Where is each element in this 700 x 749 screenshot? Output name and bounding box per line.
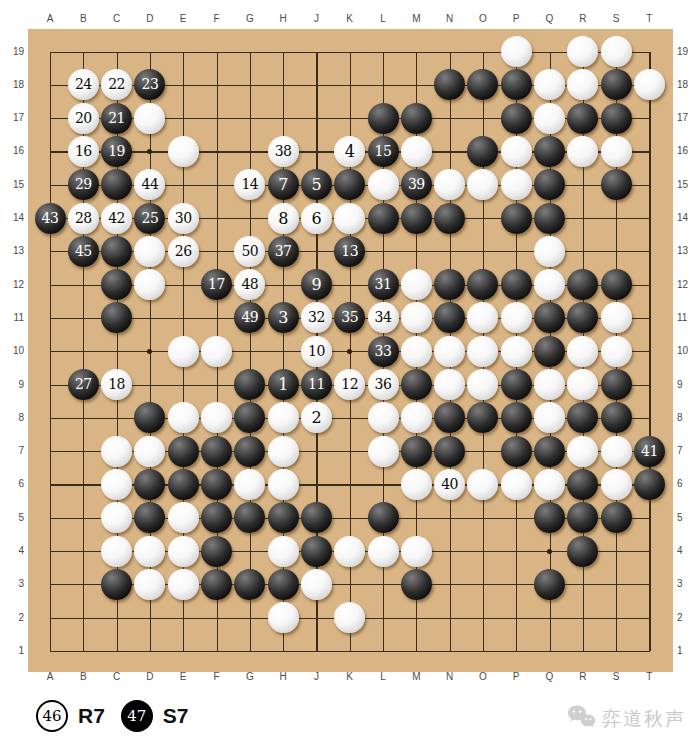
move-number: 18 (108, 369, 125, 400)
stone-black-N8 (434, 402, 465, 433)
stone-black-M3 (401, 569, 432, 600)
star-point (147, 349, 152, 354)
go-board: 2422232021161938415294414753943284225308… (28, 29, 673, 672)
stone-white-C7 (101, 436, 132, 467)
column-label-bottom-B: B (73, 670, 93, 684)
stone-white-M10 (401, 336, 432, 367)
column-label-top-B: B (73, 12, 93, 26)
stone-black-E6 (168, 469, 199, 500)
go-diagram-page: 2422232021161938415294414753943284225308… (0, 0, 700, 749)
stone-white-Q18 (534, 69, 565, 100)
stone-black-R4 (567, 536, 598, 567)
row-label-left-14: 14 (4, 211, 24, 225)
stone-white-J14: 6 (301, 203, 332, 234)
stone-black-R8 (567, 402, 598, 433)
column-label-bottom-D: D (140, 670, 160, 684)
stone-white-L8 (368, 402, 399, 433)
stone-black-L17 (368, 103, 399, 134)
move-number: 27 (75, 369, 92, 400)
stone-black-R6 (567, 469, 598, 500)
row-label-right-15: 15 (677, 178, 697, 192)
column-label-top-F: F (207, 12, 227, 26)
move-number: 44 (141, 169, 158, 200)
stone-white-Q9 (534, 369, 565, 400)
stone-black-N14 (434, 203, 465, 234)
stone-black-K11: 35 (334, 302, 365, 333)
stone-white-E10 (168, 336, 199, 367)
move-number: 5 (312, 169, 322, 200)
stone-black-L5 (368, 502, 399, 533)
stone-black-E7 (168, 436, 199, 467)
move-number: 13 (341, 236, 358, 267)
stone-black-B9: 27 (68, 369, 99, 400)
move-47-badge: 47 (121, 700, 153, 732)
row-label-right-12: 12 (677, 278, 697, 292)
stone-white-R10 (567, 336, 598, 367)
move-number: 8 (278, 203, 288, 234)
stone-black-Q5 (534, 502, 565, 533)
column-label-bottom-G: G (240, 670, 260, 684)
stone-black-C11 (101, 302, 132, 333)
column-label-bottom-L: L (373, 670, 393, 684)
stone-white-H14: 8 (268, 203, 299, 234)
stone-black-G3 (234, 569, 265, 600)
stone-black-L16: 15 (368, 136, 399, 167)
stone-white-C4 (101, 536, 132, 567)
stone-white-D4 (134, 536, 165, 567)
column-label-bottom-J: J (306, 670, 326, 684)
stone-black-K13: 13 (334, 236, 365, 267)
stone-black-T6 (634, 469, 665, 500)
column-label-bottom-E: E (173, 670, 193, 684)
column-label-top-H: H (273, 12, 293, 26)
column-label-bottom-M: M (406, 670, 426, 684)
stone-black-B15: 29 (68, 169, 99, 200)
row-label-right-14: 14 (677, 211, 697, 225)
column-label-top-M: M (406, 12, 426, 26)
row-label-left-11: 11 (4, 311, 24, 325)
stone-black-R11 (567, 302, 598, 333)
stone-white-R9 (567, 369, 598, 400)
stone-white-J11: 32 (301, 302, 332, 333)
row-label-left-4: 4 (4, 544, 24, 558)
stone-black-F7 (201, 436, 232, 467)
stone-white-C18: 22 (101, 69, 132, 100)
stone-black-J12: 9 (301, 269, 332, 300)
move-number: 40 (441, 469, 458, 500)
stone-black-C13 (101, 236, 132, 267)
stone-black-C17: 21 (101, 103, 132, 134)
stone-white-J10: 10 (301, 336, 332, 367)
row-label-left-9: 9 (4, 378, 24, 392)
stone-black-P9 (501, 369, 532, 400)
stone-white-L4 (368, 536, 399, 567)
stone-white-M12 (401, 269, 432, 300)
stone-white-B14: 28 (68, 203, 99, 234)
column-label-bottom-A: A (40, 670, 60, 684)
stone-white-N6: 40 (434, 469, 465, 500)
stone-black-Q16 (534, 136, 565, 167)
stone-black-G11: 49 (234, 302, 265, 333)
stone-black-F6 (201, 469, 232, 500)
column-label-top-R: R (573, 12, 593, 26)
stone-white-M6 (401, 469, 432, 500)
row-label-left-17: 17 (4, 111, 24, 125)
stone-white-E13: 26 (168, 236, 199, 267)
stone-white-M11 (401, 302, 432, 333)
move-number: 37 (275, 236, 292, 267)
stone-white-H6 (268, 469, 299, 500)
move-number: 21 (108, 103, 125, 134)
column-label-top-T: T (639, 12, 659, 26)
stone-black-S8 (601, 402, 632, 433)
stone-white-S6 (601, 469, 632, 500)
stone-white-K4 (334, 536, 365, 567)
row-label-left-19: 19 (4, 45, 24, 59)
stone-black-O8 (467, 402, 498, 433)
move-number: 1 (278, 369, 288, 400)
column-label-top-O: O (473, 12, 493, 26)
stone-white-E3 (168, 569, 199, 600)
stone-white-H2 (268, 602, 299, 633)
stone-black-Q3 (534, 569, 565, 600)
move-47-coordinate: S7 (163, 704, 189, 728)
stone-white-K2 (334, 602, 365, 633)
stone-white-O11 (467, 302, 498, 333)
stone-black-Q7 (534, 436, 565, 467)
column-label-top-L: L (373, 12, 393, 26)
stone-white-S16 (601, 136, 632, 167)
column-label-top-A: A (40, 12, 60, 26)
stone-black-J5 (301, 502, 332, 533)
stone-black-N18 (434, 69, 465, 100)
stone-white-H4 (268, 536, 299, 567)
column-label-top-G: G (240, 12, 260, 26)
row-label-right-10: 10 (677, 344, 697, 358)
move-number: 22 (108, 69, 125, 100)
row-label-left-6: 6 (4, 477, 24, 491)
stone-white-L11: 34 (368, 302, 399, 333)
stone-black-Q11 (534, 302, 565, 333)
stone-white-O6 (467, 469, 498, 500)
move-number: 17 (208, 269, 225, 300)
stone-white-S10 (601, 336, 632, 367)
move-number: 15 (375, 136, 392, 167)
star-point (547, 549, 552, 554)
stone-black-J9: 11 (301, 369, 332, 400)
stone-white-N10 (434, 336, 465, 367)
star-point (347, 349, 352, 354)
stone-white-R18 (567, 69, 598, 100)
stone-black-R17 (567, 103, 598, 134)
row-label-left-10: 10 (4, 344, 24, 358)
stone-white-K9: 12 (334, 369, 365, 400)
stone-white-R7 (567, 436, 598, 467)
stone-black-C3 (101, 569, 132, 600)
row-label-left-16: 16 (4, 144, 24, 158)
stone-black-M9 (401, 369, 432, 400)
row-label-right-7: 7 (677, 444, 697, 458)
move-number: 7 (278, 169, 288, 200)
row-label-right-2: 2 (677, 611, 697, 625)
stone-white-G12: 48 (234, 269, 265, 300)
stone-black-S18 (601, 69, 632, 100)
move-number: 30 (175, 203, 192, 234)
stone-black-C15 (101, 169, 132, 200)
row-label-right-5: 5 (677, 511, 697, 525)
stone-black-R12 (567, 269, 598, 300)
stone-black-P14 (501, 203, 532, 234)
stone-black-F4 (201, 536, 232, 567)
row-label-left-2: 2 (4, 611, 24, 625)
stone-white-M4 (401, 536, 432, 567)
stone-white-G13: 50 (234, 236, 265, 267)
stone-white-C5 (101, 502, 132, 533)
move-number: 26 (175, 236, 192, 267)
stone-white-M8 (401, 402, 432, 433)
move-number: 50 (241, 236, 258, 267)
stone-white-M16 (401, 136, 432, 167)
stone-white-N9 (434, 369, 465, 400)
column-label-top-J: J (306, 12, 326, 26)
stone-white-G6 (234, 469, 265, 500)
row-label-right-13: 13 (677, 244, 697, 258)
row-label-left-13: 13 (4, 244, 24, 258)
move-number: 49 (241, 302, 258, 333)
column-label-bottom-P: P (506, 670, 526, 684)
stone-black-L10: 33 (368, 336, 399, 367)
stone-white-P10 (501, 336, 532, 367)
caption: 46 R7 47 S7 (36, 700, 189, 732)
stone-black-M15: 39 (401, 169, 432, 200)
row-label-right-16: 16 (677, 144, 697, 158)
stone-black-Q10 (534, 336, 565, 367)
stone-white-O15 (467, 169, 498, 200)
stone-black-G5 (234, 502, 265, 533)
stone-black-S12 (601, 269, 632, 300)
stone-white-C14: 42 (101, 203, 132, 234)
column-label-bottom-S: S (606, 670, 626, 684)
stone-white-S11 (601, 302, 632, 333)
column-label-top-N: N (440, 12, 460, 26)
move-number: 2 (312, 402, 322, 433)
move-46-badge: 46 (36, 700, 68, 732)
stone-white-S19 (601, 36, 632, 67)
stone-black-P17 (501, 103, 532, 134)
column-label-bottom-H: H (273, 670, 293, 684)
stone-black-S9 (601, 369, 632, 400)
column-label-bottom-Q: Q (540, 670, 560, 684)
column-label-top-S: S (606, 12, 626, 26)
column-label-top-E: E (173, 12, 193, 26)
stone-white-P6 (501, 469, 532, 500)
stone-white-H7 (268, 436, 299, 467)
row-label-right-11: 11 (677, 311, 697, 325)
column-label-bottom-K: K (340, 670, 360, 684)
column-label-top-P: P (506, 12, 526, 26)
stone-white-S7 (601, 436, 632, 467)
stone-black-O16 (467, 136, 498, 167)
row-label-right-1: 1 (677, 644, 697, 658)
stone-white-B18: 24 (68, 69, 99, 100)
stone-white-J3 (301, 569, 332, 600)
move-number: 14 (241, 169, 258, 200)
stone-black-O18 (467, 69, 498, 100)
stone-white-T18 (634, 69, 665, 100)
stone-white-K16: 4 (334, 136, 365, 167)
stone-white-P19 (501, 36, 532, 67)
stone-black-F12: 17 (201, 269, 232, 300)
stone-white-G15: 14 (234, 169, 265, 200)
stone-white-J8: 2 (301, 402, 332, 433)
stone-black-S17 (601, 103, 632, 134)
row-label-right-6: 6 (677, 477, 697, 491)
move-number: 23 (141, 69, 158, 100)
stone-black-B13: 45 (68, 236, 99, 267)
row-label-left-1: 1 (4, 644, 24, 658)
stone-black-G9 (234, 369, 265, 400)
move-number: 32 (308, 302, 325, 333)
watermark: 弈道秋声 (566, 704, 686, 734)
grid-line-vertical (649, 52, 650, 651)
move-number: 36 (375, 369, 392, 400)
stone-black-C12 (101, 269, 132, 300)
stone-white-B16: 16 (68, 136, 99, 167)
move-number: 20 (75, 103, 92, 134)
row-label-right-3: 3 (677, 577, 697, 591)
stone-black-H11: 3 (268, 302, 299, 333)
column-label-bottom-T: T (639, 670, 659, 684)
stone-black-D5 (134, 502, 165, 533)
column-label-top-C: C (107, 12, 127, 26)
stone-white-R16 (567, 136, 598, 167)
stone-black-F5 (201, 502, 232, 533)
column-label-top-Q: Q (540, 12, 560, 26)
stone-black-L12: 31 (368, 269, 399, 300)
stone-white-H8 (268, 402, 299, 433)
stone-white-C9: 18 (101, 369, 132, 400)
stone-black-N12 (434, 269, 465, 300)
watermark-text: 弈道秋声 (602, 706, 686, 732)
stone-white-D7 (134, 436, 165, 467)
stone-black-H5 (268, 502, 299, 533)
move-number: 6 (312, 203, 322, 234)
stone-white-D13 (134, 236, 165, 267)
move-number: 28 (75, 203, 92, 234)
move-number: 4 (345, 136, 355, 167)
stone-black-J4 (301, 536, 332, 567)
stone-white-L7 (368, 436, 399, 467)
stone-black-S15 (601, 169, 632, 200)
move-number: 35 (341, 302, 358, 333)
row-label-left-15: 15 (4, 178, 24, 192)
column-label-bottom-C: C (107, 670, 127, 684)
stone-black-P8 (501, 402, 532, 433)
stone-black-O12 (467, 269, 498, 300)
row-label-left-18: 18 (4, 78, 24, 92)
stone-white-E4 (168, 536, 199, 567)
stone-black-H15: 7 (268, 169, 299, 200)
stone-black-K15 (334, 169, 365, 200)
stone-white-D12 (134, 269, 165, 300)
move-number: 11 (308, 369, 325, 400)
stone-black-D6 (134, 469, 165, 500)
stone-white-F10 (201, 336, 232, 367)
stone-white-N15 (434, 169, 465, 200)
stone-black-P18 (501, 69, 532, 100)
stone-white-O10 (467, 336, 498, 367)
stone-black-D8 (134, 402, 165, 433)
row-label-left-7: 7 (4, 444, 24, 458)
row-label-right-8: 8 (677, 411, 697, 425)
column-label-top-K: K (340, 12, 360, 26)
move-number: 25 (141, 203, 158, 234)
stone-white-L15 (368, 169, 399, 200)
stone-black-Q15 (534, 169, 565, 200)
stone-black-M14 (401, 203, 432, 234)
column-label-bottom-F: F (207, 670, 227, 684)
move-number: 45 (75, 236, 92, 267)
stone-black-T7: 41 (634, 436, 665, 467)
stone-black-P7 (501, 436, 532, 467)
stone-white-Q6 (534, 469, 565, 500)
stone-black-F3 (201, 569, 232, 600)
stone-white-B17: 20 (68, 103, 99, 134)
row-label-left-3: 3 (4, 577, 24, 591)
move-number: 19 (108, 136, 125, 167)
stone-black-D18: 23 (134, 69, 165, 100)
stone-white-K14 (334, 203, 365, 234)
stone-white-E8 (168, 402, 199, 433)
move-number: 12 (341, 369, 358, 400)
move-number: 3 (278, 302, 288, 333)
move-number: 24 (75, 69, 92, 100)
stone-white-R19 (567, 36, 598, 67)
row-label-right-18: 18 (677, 78, 697, 92)
stone-white-Q8 (534, 402, 565, 433)
stone-black-H9: 1 (268, 369, 299, 400)
stone-white-O9 (467, 369, 498, 400)
stone-white-Q17 (534, 103, 565, 134)
stone-black-R5 (567, 502, 598, 533)
stone-black-G7 (234, 436, 265, 467)
column-label-bottom-R: R (573, 670, 593, 684)
row-label-right-4: 4 (677, 544, 697, 558)
stone-black-M17 (401, 103, 432, 134)
move-number: 31 (375, 269, 392, 300)
row-label-left-12: 12 (4, 278, 24, 292)
move-number: 9 (312, 269, 322, 300)
column-label-top-D: D (140, 12, 160, 26)
stone-black-H3 (268, 569, 299, 600)
move-number: 29 (75, 169, 92, 200)
move-number: 38 (275, 136, 292, 167)
stone-white-C6 (101, 469, 132, 500)
move-number: 42 (108, 203, 125, 234)
column-label-bottom-N: N (440, 670, 460, 684)
row-label-left-5: 5 (4, 511, 24, 525)
stone-black-J15: 5 (301, 169, 332, 200)
stone-white-L9: 36 (368, 369, 399, 400)
row-label-left-8: 8 (4, 411, 24, 425)
move-number: 39 (408, 169, 425, 200)
move-number: 16 (75, 136, 92, 167)
row-label-right-19: 19 (677, 45, 697, 59)
row-label-right-9: 9 (677, 378, 697, 392)
stone-black-C16: 19 (101, 136, 132, 167)
row-label-right-17: 17 (677, 111, 697, 125)
stone-white-E5 (168, 502, 199, 533)
